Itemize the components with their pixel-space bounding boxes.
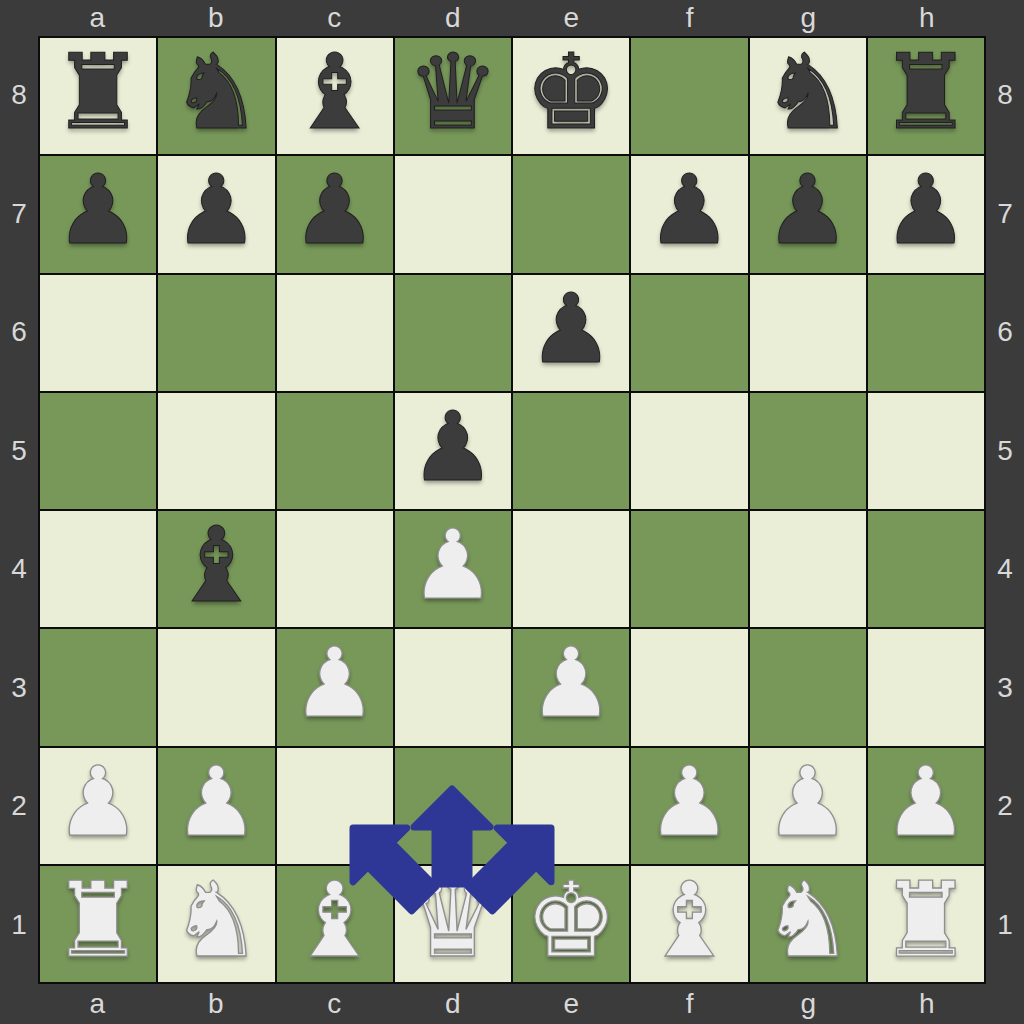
square-g1[interactable]: ♞ xyxy=(750,866,866,982)
white-pawn-a2[interactable]: ♟ xyxy=(55,754,141,850)
black-knight-g8[interactable]: ♞ xyxy=(761,40,854,144)
square-a4[interactable] xyxy=(40,511,156,627)
square-b4[interactable]: ♝ xyxy=(158,511,274,627)
square-e5[interactable] xyxy=(513,393,629,509)
square-e6[interactable]: ♟ xyxy=(513,275,629,391)
rank-label-4: 4 xyxy=(986,510,1024,629)
square-d4[interactable]: ♟ xyxy=(395,511,511,627)
rank-label-4: 4 xyxy=(0,510,38,629)
rank-label-1: 1 xyxy=(0,866,38,985)
square-f2[interactable]: ♟ xyxy=(631,748,747,864)
square-g4[interactable] xyxy=(750,511,866,627)
black-rook-a8[interactable]: ♜ xyxy=(52,40,145,144)
square-c7[interactable]: ♟ xyxy=(277,156,393,272)
square-g2[interactable]: ♟ xyxy=(750,748,866,864)
black-pawn-f7[interactable]: ♟ xyxy=(646,162,732,258)
rank-labels-left: 87654321 xyxy=(0,36,38,984)
square-f6[interactable] xyxy=(631,275,747,391)
square-c6[interactable] xyxy=(277,275,393,391)
rank-label-3: 3 xyxy=(0,629,38,748)
rank-label-7: 7 xyxy=(0,155,38,274)
white-bishop-f1[interactable]: ♝ xyxy=(643,868,736,972)
square-g5[interactable] xyxy=(750,393,866,509)
file-labels-bottom: abcdefgh xyxy=(38,984,986,1024)
square-a8[interactable]: ♜ xyxy=(40,38,156,154)
square-d2[interactable] xyxy=(395,748,511,864)
square-a5[interactable] xyxy=(40,393,156,509)
file-label-h: h xyxy=(868,984,987,1024)
black-pawn-g7[interactable]: ♟ xyxy=(765,162,851,258)
square-b1[interactable]: ♞ xyxy=(158,866,274,982)
white-pawn-f2[interactable]: ♟ xyxy=(646,754,732,850)
square-c1[interactable]: ♝ xyxy=(277,866,393,982)
black-rook-h8[interactable]: ♜ xyxy=(879,40,972,144)
square-e2[interactable] xyxy=(513,748,629,864)
white-rook-a1[interactable]: ♜ xyxy=(52,868,145,972)
white-bishop-c1[interactable]: ♝ xyxy=(288,868,381,972)
square-a1[interactable]: ♜ xyxy=(40,866,156,982)
rank-label-6: 6 xyxy=(986,273,1024,392)
square-a7[interactable]: ♟ xyxy=(40,156,156,272)
square-c8[interactable]: ♝ xyxy=(277,38,393,154)
black-pawn-d5[interactable]: ♟ xyxy=(410,399,496,495)
square-f4[interactable] xyxy=(631,511,747,627)
file-label-d: d xyxy=(394,984,513,1024)
square-d5[interactable]: ♟ xyxy=(395,393,511,509)
rank-label-5: 5 xyxy=(986,392,1024,511)
white-pawn-b2[interactable]: ♟ xyxy=(173,754,259,850)
square-e1[interactable]: ♚ xyxy=(513,866,629,982)
square-b3[interactable] xyxy=(158,629,274,745)
square-d6[interactable] xyxy=(395,275,511,391)
square-b6[interactable] xyxy=(158,275,274,391)
square-f7[interactable]: ♟ xyxy=(631,156,747,272)
rank-label-6: 6 xyxy=(0,273,38,392)
file-label-f: f xyxy=(631,0,750,36)
file-label-g: g xyxy=(749,984,868,1024)
board-frame: abcdefgh abcdefgh 87654321 87654321 ♜♞♝♛… xyxy=(0,0,1024,1024)
square-h1[interactable]: ♜ xyxy=(868,866,984,982)
rank-label-3: 3 xyxy=(986,629,1024,748)
rank-label-1: 1 xyxy=(986,866,1024,985)
square-h8[interactable]: ♜ xyxy=(868,38,984,154)
white-pawn-d4[interactable]: ♟ xyxy=(410,517,496,613)
rank-label-5: 5 xyxy=(0,392,38,511)
black-king-e8[interactable]: ♚ xyxy=(525,40,618,144)
rank-label-2: 2 xyxy=(986,747,1024,866)
black-bishop-b4[interactable]: ♝ xyxy=(170,513,263,617)
square-c3[interactable]: ♟ xyxy=(277,629,393,745)
black-queen-d8[interactable]: ♛ xyxy=(406,40,499,144)
square-d7[interactable] xyxy=(395,156,511,272)
square-e4[interactable] xyxy=(513,511,629,627)
square-b8[interactable]: ♞ xyxy=(158,38,274,154)
file-label-e: e xyxy=(512,984,631,1024)
square-g3[interactable] xyxy=(750,629,866,745)
white-pawn-c3[interactable]: ♟ xyxy=(292,635,378,731)
square-e8[interactable]: ♚ xyxy=(513,38,629,154)
square-f8[interactable] xyxy=(631,38,747,154)
black-knight-b8[interactable]: ♞ xyxy=(170,40,263,144)
rank-labels-right: 87654321 xyxy=(986,36,1024,984)
square-h5[interactable] xyxy=(868,393,984,509)
square-d8[interactable]: ♛ xyxy=(395,38,511,154)
white-pawn-e3[interactable]: ♟ xyxy=(528,635,614,731)
chess-board[interactable]: ♜♞♝♛♚♞♜♟♟♟♟♟♟♟♟♝♟♟♟♟♟♟♟♟♜♞♝♛♚♝♞♜ xyxy=(38,36,986,984)
square-h6[interactable] xyxy=(868,275,984,391)
black-pawn-c7[interactable]: ♟ xyxy=(292,162,378,258)
white-knight-b1[interactable]: ♞ xyxy=(170,868,263,972)
square-a3[interactable] xyxy=(40,629,156,745)
square-g6[interactable] xyxy=(750,275,866,391)
rank-label-8: 8 xyxy=(986,36,1024,155)
square-e7[interactable] xyxy=(513,156,629,272)
white-king-e1[interactable]: ♚ xyxy=(525,868,618,972)
file-label-a: a xyxy=(38,984,157,1024)
black-pawn-a7[interactable]: ♟ xyxy=(55,162,141,258)
square-b7[interactable]: ♟ xyxy=(158,156,274,272)
square-d1[interactable]: ♛ xyxy=(395,866,511,982)
square-a2[interactable]: ♟ xyxy=(40,748,156,864)
white-queen-d1[interactable]: ♛ xyxy=(406,868,499,972)
square-c5[interactable] xyxy=(277,393,393,509)
black-pawn-h7[interactable]: ♟ xyxy=(883,162,969,258)
square-f5[interactable] xyxy=(631,393,747,509)
square-c2[interactable] xyxy=(277,748,393,864)
square-h3[interactable] xyxy=(868,629,984,745)
square-d3[interactable] xyxy=(395,629,511,745)
rank-label-8: 8 xyxy=(0,36,38,155)
white-knight-g1[interactable]: ♞ xyxy=(761,868,854,972)
square-g7[interactable]: ♟ xyxy=(750,156,866,272)
square-g8[interactable]: ♞ xyxy=(750,38,866,154)
square-h7[interactable]: ♟ xyxy=(868,156,984,272)
file-label-c: c xyxy=(275,984,394,1024)
file-label-f: f xyxy=(631,984,750,1024)
square-f1[interactable]: ♝ xyxy=(631,866,747,982)
black-pawn-e6[interactable]: ♟ xyxy=(528,281,614,377)
square-f3[interactable] xyxy=(631,629,747,745)
square-b2[interactable]: ♟ xyxy=(158,748,274,864)
black-pawn-b7[interactable]: ♟ xyxy=(173,162,259,258)
square-h2[interactable]: ♟ xyxy=(868,748,984,864)
square-c4[interactable] xyxy=(277,511,393,627)
white-pawn-g2[interactable]: ♟ xyxy=(765,754,851,850)
rank-label-2: 2 xyxy=(0,747,38,866)
rank-label-7: 7 xyxy=(986,155,1024,274)
square-a6[interactable] xyxy=(40,275,156,391)
file-label-b: b xyxy=(157,984,276,1024)
square-e3[interactable]: ♟ xyxy=(513,629,629,745)
white-rook-h1[interactable]: ♜ xyxy=(879,868,972,972)
square-h4[interactable] xyxy=(868,511,984,627)
white-pawn-h2[interactable]: ♟ xyxy=(883,754,969,850)
square-b5[interactable] xyxy=(158,393,274,509)
black-bishop-c8[interactable]: ♝ xyxy=(288,40,381,144)
